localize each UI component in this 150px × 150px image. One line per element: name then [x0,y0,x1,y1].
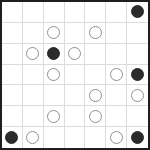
cell-r0c2[interactable] [44,2,65,23]
cell-r5c4[interactable] [85,106,106,127]
cell-r3c4[interactable] [85,65,106,86]
white-circle [26,47,39,60]
cell-r2c2[interactable] [44,44,65,65]
cell-r0c6[interactable] [127,2,148,23]
cell-r2c1[interactable] [23,44,44,65]
cell-r4c5[interactable] [106,85,127,106]
cell-r1c2[interactable] [44,23,65,44]
cell-r3c0[interactable] [2,65,23,86]
cell-r6c1[interactable] [23,127,44,148]
cell-r1c1[interactable] [23,23,44,44]
white-circle [89,89,102,102]
cell-r0c0[interactable] [2,2,23,23]
cell-r2c4[interactable] [85,44,106,65]
white-circle [110,131,123,144]
cell-r5c3[interactable] [65,106,86,127]
cell-r0c3[interactable] [65,2,86,23]
cell-r1c5[interactable] [106,23,127,44]
cell-r6c4[interactable] [85,127,106,148]
cell-r0c1[interactable] [23,2,44,23]
white-circle [47,68,60,81]
cell-r4c0[interactable] [2,85,23,106]
cell-r1c4[interactable] [85,23,106,44]
cell-r4c6[interactable] [127,85,148,106]
cell-r2c0[interactable] [2,44,23,65]
cell-r3c5[interactable] [106,65,127,86]
white-circle [68,47,81,60]
cell-r6c2[interactable] [44,127,65,148]
black-circle [47,47,60,60]
white-circle [26,131,39,144]
black-circle [131,5,144,18]
white-circle [110,68,123,81]
cell-r3c1[interactable] [23,65,44,86]
cell-r2c5[interactable] [106,44,127,65]
cell-r5c0[interactable] [2,106,23,127]
white-circle [89,110,102,123]
cell-r4c4[interactable] [85,85,106,106]
cell-r6c0[interactable] [2,127,23,148]
cell-r3c3[interactable] [65,65,86,86]
cell-r1c6[interactable] [127,23,148,44]
cell-r4c1[interactable] [23,85,44,106]
cell-r1c0[interactable] [2,23,23,44]
cell-r2c3[interactable] [65,44,86,65]
cell-r5c6[interactable] [127,106,148,127]
cell-r3c6[interactable] [127,65,148,86]
black-circle [131,131,144,144]
white-circle [131,89,144,102]
black-circle [5,131,18,144]
white-circle [47,110,60,123]
cell-r1c3[interactable] [65,23,86,44]
cell-r0c5[interactable] [106,2,127,23]
cell-r6c3[interactable] [65,127,86,148]
cell-r5c1[interactable] [23,106,44,127]
white-circle [89,26,102,39]
cell-r6c6[interactable] [127,127,148,148]
cell-r2c6[interactable] [127,44,148,65]
cell-r5c2[interactable] [44,106,65,127]
cell-r5c5[interactable] [106,106,127,127]
black-circle [131,68,144,81]
cell-r6c5[interactable] [106,127,127,148]
masyu-board [0,0,150,150]
cell-r4c3[interactable] [65,85,86,106]
white-circle [47,26,60,39]
cell-r0c4[interactable] [85,2,106,23]
cell-r4c2[interactable] [44,85,65,106]
cell-r3c2[interactable] [44,65,65,86]
